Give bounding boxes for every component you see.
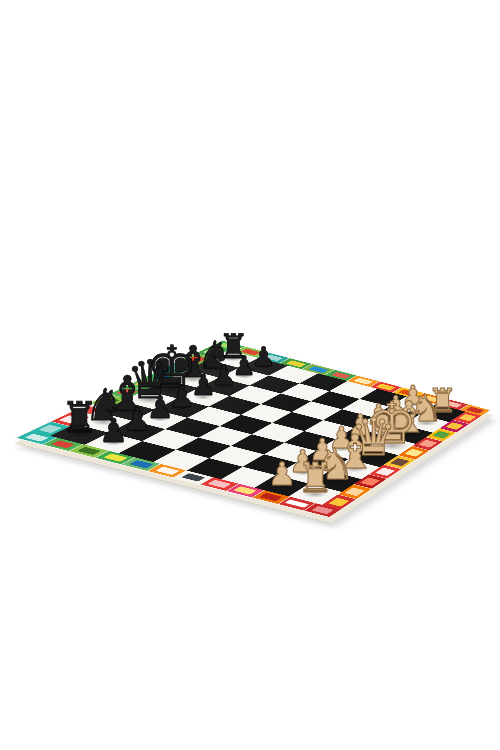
tile-illustration	[446, 422, 464, 429]
tile-illustration	[432, 431, 450, 439]
tile-illustration	[25, 434, 49, 442]
tile-illustration	[208, 480, 231, 488]
tile-illustration	[459, 414, 476, 421]
tile-illustration	[156, 467, 179, 475]
tile-illustration	[260, 493, 283, 501]
tile-illustration	[311, 506, 333, 514]
tile-illustration	[234, 486, 257, 494]
piece-black-pawn[interactable]: ♟	[99, 414, 129, 447]
product-photo-stage: ♜♟♞♟♝♟♚♟♛♟♟♝♜♟♟♞♞♟♟♜♝♟♟♚♟♛♟♝♟♞♟♜	[0, 0, 500, 750]
piece-white-pawn[interactable]: ♟	[268, 457, 297, 489]
piece-black-rook[interactable]: ♜	[61, 397, 99, 439]
tile-illustration	[182, 473, 205, 481]
tile-illustration	[77, 447, 101, 455]
tile-illustration	[360, 477, 380, 485]
tile-illustration	[376, 468, 395, 476]
piece-white-rook[interactable]: ♜	[297, 458, 334, 499]
pieces-layer: ♜♟♞♟♝♟♚♟♛♟♟♝♜♟♟♞♞♟♟♜♝♟♟♚♟♛♟♝♟♞♟♜	[0, 0, 500, 750]
